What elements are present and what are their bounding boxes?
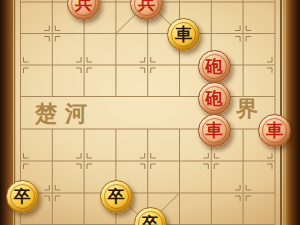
xiangqi-game-view: 楚 河 界 兵 兵 車 砲 砲 車 車 卒 卒 卒: [0, 0, 300, 225]
river-char-chu: 楚: [34, 101, 58, 126]
piece-red-chariot-i5[interactable]: 車: [258, 114, 291, 147]
river-char-he: 河: [64, 101, 87, 126]
piece-black-soldier-d7[interactable]: 卒: [100, 180, 133, 213]
piece-black-soldier-a7[interactable]: 卒: [6, 180, 39, 213]
river-char-jie: 界: [235, 96, 258, 121]
piece-red-cannon-g4[interactable]: 砲: [198, 82, 231, 115]
piece-black-chariot-f2[interactable]: 車: [167, 18, 200, 51]
xiangqi-board[interactable]: 楚 河 界: [0, 0, 300, 225]
piece-red-cannon-g3[interactable]: 砲: [198, 50, 231, 83]
piece-red-chariot-g5[interactable]: 車: [198, 114, 231, 147]
